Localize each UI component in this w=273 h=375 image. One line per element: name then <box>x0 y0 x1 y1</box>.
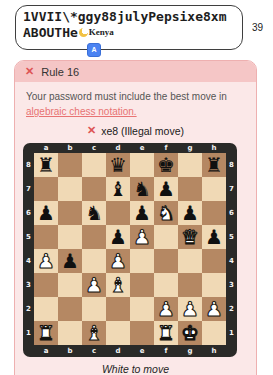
piece-white-pawn: ♟ <box>157 299 175 319</box>
file-label-a-bottom: a <box>34 345 58 357</box>
piece-white-queen: ♛ <box>181 227 199 247</box>
square-g1: ♚ <box>178 321 202 345</box>
square-f5 <box>154 225 178 249</box>
file-label-a-top: a <box>34 143 58 153</box>
square-a4: ♟ <box>34 249 58 273</box>
piece-black-pawn: ♟ <box>181 203 199 223</box>
board-caption: White to move <box>15 363 256 375</box>
rank-label-2-left: 2 <box>23 297 34 321</box>
square-a5 <box>34 225 58 249</box>
piece-white-pawn: ♟ <box>133 227 151 247</box>
square-d4: ♟ <box>106 249 130 273</box>
rule-16-card: ✕ Rule 16 Your password must include the… <box>14 60 257 375</box>
square-a8: ♜ <box>34 153 58 177</box>
file-label-f-top: f <box>154 143 178 153</box>
piece-black-pawn: ♟ <box>205 227 223 247</box>
square-g3 <box>178 273 202 297</box>
piece-white-pawn: ♟ <box>85 275 103 295</box>
square-h4 <box>202 249 226 273</box>
square-e8 <box>130 153 154 177</box>
square-d1 <box>106 321 130 345</box>
square-b4: ♟ <box>58 249 82 273</box>
rule-title: Rule 16 <box>41 66 79 78</box>
piece-white-bishop: ♝ <box>109 275 127 295</box>
piece-black-pawn: ♟ <box>37 203 55 223</box>
password-line-2: ABOUTHe Kenya <box>23 25 235 41</box>
square-c1: ♝ <box>82 321 106 345</box>
file-label-d-top: d <box>106 143 130 153</box>
square-d5: ♟ <box>106 225 130 249</box>
square-e7: ♞ <box>130 177 154 201</box>
square-h3 <box>202 273 226 297</box>
rank-label-3-left: 3 <box>23 273 34 297</box>
square-a2 <box>34 297 58 321</box>
rank-label-8-right: 8 <box>226 153 237 177</box>
square-b8 <box>58 153 82 177</box>
x-icon: ✕ <box>87 124 96 137</box>
square-f3 <box>154 273 178 297</box>
square-b3 <box>58 273 82 297</box>
piece-white-king: ♚ <box>181 323 199 343</box>
rank-label-2-right: 2 <box>226 297 237 321</box>
piece-white-knight: ♞ <box>157 203 175 223</box>
file-label-c-top: c <box>82 143 106 153</box>
square-c5 <box>82 225 106 249</box>
crescent-moon-emoji <box>79 28 88 37</box>
piece-black-knight: ♞ <box>133 179 151 199</box>
rank-label-4-left: 4 <box>23 249 34 273</box>
rank-label-6-right: 6 <box>226 201 237 225</box>
file-label-b-bottom: b <box>58 345 82 357</box>
char-count: 39 <box>252 22 263 33</box>
file-label-h-top: h <box>202 143 226 153</box>
piece-black-rook: ♜ <box>37 155 55 175</box>
piece-black-pawn: ♟ <box>157 179 175 199</box>
password-input[interactable]: 1VVII\*ggy88julyPepsixe8xm ABOUTHe Kenya <box>15 5 243 50</box>
square-a7 <box>34 177 58 201</box>
square-f8: ♚ <box>154 153 178 177</box>
file-label-g-top: g <box>178 143 202 153</box>
rank-label-5-left: 5 <box>23 225 34 249</box>
rank-label-3-right: 3 <box>226 273 237 297</box>
square-g7 <box>178 177 202 201</box>
square-h5: ♟ <box>202 225 226 249</box>
square-e4 <box>130 249 154 273</box>
rank-label-1-right: 1 <box>226 321 237 345</box>
translate-icon[interactable] <box>87 43 101 57</box>
piece-white-rook: ♜ <box>157 323 175 343</box>
square-a1: ♜ <box>34 321 58 345</box>
square-b5 <box>58 225 82 249</box>
square-c6: ♞ <box>82 201 106 225</box>
square-g8 <box>178 153 202 177</box>
rank-label-7-left: 7 <box>23 177 34 201</box>
file-label-e-top: e <box>130 143 154 153</box>
square-e3 <box>130 273 154 297</box>
password-line-1: 1VVII\*ggy88julyPepsixe8xm <box>23 9 235 25</box>
rank-label-4-right: 4 <box>226 249 237 273</box>
square-a6: ♟ <box>34 201 58 225</box>
square-d7: ♝ <box>106 177 130 201</box>
square-f7: ♟ <box>154 177 178 201</box>
board-corner <box>23 345 34 357</box>
square-f6: ♞ <box>154 201 178 225</box>
rule-text: Your password must include the best move… <box>26 91 227 102</box>
x-icon: ✕ <box>25 65 34 78</box>
square-f1: ♜ <box>154 321 178 345</box>
square-f2: ♟ <box>154 297 178 321</box>
square-d3: ♝ <box>106 273 130 297</box>
piece-white-pawn: ♟ <box>205 299 223 319</box>
password-row: 1VVII\*ggy88julyPepsixe8xm ABOUTHe Kenya… <box>15 5 263 50</box>
square-d8: ♛ <box>106 153 130 177</box>
square-b2 <box>58 297 82 321</box>
square-f4 <box>154 249 178 273</box>
piece-black-pawn: ♟ <box>61 251 79 271</box>
square-c7 <box>82 177 106 201</box>
square-c8 <box>82 153 106 177</box>
square-h2: ♟ <box>202 297 226 321</box>
file-label-f-bottom: f <box>154 345 178 357</box>
piece-white-pawn: ♟ <box>37 251 55 271</box>
file-label-d-bottom: d <box>106 345 130 357</box>
file-label-c-bottom: c <box>82 345 106 357</box>
piece-black-pawn: ♟ <box>133 203 151 223</box>
piece-white-bishop: ♝ <box>85 323 103 343</box>
piece-black-queen: ♛ <box>109 155 127 175</box>
square-a3 <box>34 273 58 297</box>
file-label-b-top: b <box>58 143 82 153</box>
algebraic-notation-link[interactable]: algebraic chess notation. <box>26 106 137 117</box>
board-corner <box>226 143 237 153</box>
square-e2 <box>130 297 154 321</box>
rank-label-7-right: 7 <box>226 177 237 201</box>
piece-white-rook: ♜ <box>37 323 55 343</box>
password-game-page: 1VVII\*ggy88julyPepsixe8xm ABOUTHe Kenya… <box>0 0 273 375</box>
piece-black-bishop: ♝ <box>109 179 127 199</box>
rank-label-8-left: 8 <box>23 153 34 177</box>
square-g5: ♛ <box>178 225 202 249</box>
square-c3: ♟ <box>82 273 106 297</box>
chess-board: abcdefgh8♜♛♚♜87♝♞♟76♟♞♟♞♟65♟♟♛♟54♟♟♟43♟♝… <box>23 143 237 357</box>
square-b6 <box>58 201 82 225</box>
feedback-text: xe8 (Illegal move) <box>101 125 184 137</box>
piece-black-king: ♚ <box>157 155 175 175</box>
move-feedback: ✕ xe8 (Illegal move) <box>15 124 256 137</box>
square-d6 <box>106 201 130 225</box>
square-e6: ♟ <box>130 201 154 225</box>
square-b7 <box>58 177 82 201</box>
rank-label-5-right: 5 <box>226 225 237 249</box>
square-h6 <box>202 201 226 225</box>
square-c4 <box>82 249 106 273</box>
rule-16-header: ✕ Rule 16 <box>15 61 256 82</box>
piece-white-pawn: ♟ <box>109 251 127 271</box>
password-line-2-text: ABOUTHe <box>23 25 78 41</box>
square-b1 <box>58 321 82 345</box>
piece-white-pawn: ♟ <box>181 299 199 319</box>
board-corner <box>23 143 34 153</box>
rule-body: Your password must include the best move… <box>15 82 256 119</box>
square-g2: ♟ <box>178 297 202 321</box>
piece-black-knight: ♞ <box>85 203 103 223</box>
piece-black-pawn: ♟ <box>109 227 127 247</box>
square-e1 <box>130 321 154 345</box>
country-text: Kenya <box>89 27 114 38</box>
square-g6: ♟ <box>178 201 202 225</box>
file-label-e-bottom: e <box>130 345 154 357</box>
file-label-g-bottom: g <box>178 345 202 357</box>
file-label-h-bottom: h <box>202 345 226 357</box>
square-e5: ♟ <box>130 225 154 249</box>
piece-black-rook: ♜ <box>205 155 223 175</box>
square-g4 <box>178 249 202 273</box>
square-c2 <box>82 297 106 321</box>
square-h7 <box>202 177 226 201</box>
square-d2 <box>106 297 130 321</box>
rank-label-1-left: 1 <box>23 321 34 345</box>
board-corner <box>226 345 237 357</box>
square-h8: ♜ <box>202 153 226 177</box>
square-h1 <box>202 321 226 345</box>
rank-label-6-left: 6 <box>23 201 34 225</box>
